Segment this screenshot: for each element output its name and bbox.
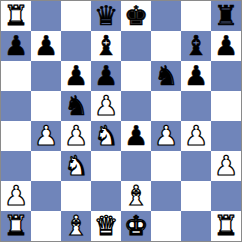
square-g8[interactable] [181, 1, 211, 31]
white-rook-a8: ♜ [4, 1, 28, 31]
square-a7[interactable]: ♟ [1, 31, 31, 61]
square-a5[interactable] [1, 91, 31, 121]
square-c4[interactable]: ♟ [61, 121, 91, 151]
square-b8[interactable] [31, 1, 61, 31]
square-e5[interactable] [121, 91, 151, 121]
black-pawn-e4: ♟ [124, 121, 148, 151]
square-a1[interactable]: ♜ [1, 211, 31, 241]
black-bishop-g7: ♝ [184, 31, 208, 61]
square-d4[interactable]: ♞ [91, 121, 121, 151]
square-h4[interactable] [211, 121, 241, 151]
square-f8[interactable] [151, 1, 181, 31]
white-bishop-c1: ♝ [64, 211, 88, 241]
square-a8[interactable]: ♜ [1, 1, 31, 31]
square-h6[interactable] [211, 61, 241, 91]
square-d8[interactable]: ♛ [91, 1, 121, 31]
square-e3[interactable] [121, 151, 151, 181]
square-c6[interactable]: ♟ [61, 61, 91, 91]
white-pawn-d5: ♟ [94, 91, 118, 121]
square-e4[interactable]: ♟ [121, 121, 151, 151]
white-pawn-a2: ♟ [4, 181, 28, 211]
square-d5[interactable]: ♟ [91, 91, 121, 121]
square-f2[interactable] [151, 181, 181, 211]
white-rook-h1: ♜ [214, 211, 238, 241]
square-a2[interactable]: ♟ [1, 181, 31, 211]
black-bishop-d7: ♝ [94, 31, 118, 61]
square-e2[interactable]: ♝ [121, 181, 151, 211]
square-f7[interactable] [151, 31, 181, 61]
black-pawn-c6: ♟ [64, 61, 88, 91]
square-e1[interactable]: ♚ [121, 211, 151, 241]
square-d6[interactable]: ♟ [91, 61, 121, 91]
square-g5[interactable] [181, 91, 211, 121]
square-e7[interactable] [121, 31, 151, 61]
square-b3[interactable] [31, 151, 61, 181]
square-h2[interactable] [211, 181, 241, 211]
white-knight-d4: ♞ [94, 121, 118, 151]
square-h7[interactable]: ♟ [211, 31, 241, 61]
square-f5[interactable] [151, 91, 181, 121]
white-pawn-c4: ♟ [64, 121, 88, 151]
square-a4[interactable] [1, 121, 31, 151]
white-pawn-f4: ♟ [154, 121, 178, 151]
black-pawn-h7: ♟ [214, 31, 238, 61]
square-e8[interactable]: ♚ [121, 1, 151, 31]
square-f3[interactable] [151, 151, 181, 181]
square-d1[interactable]: ♛ [91, 211, 121, 241]
square-b1[interactable] [31, 211, 61, 241]
square-b5[interactable] [31, 91, 61, 121]
square-b7[interactable]: ♟ [31, 31, 61, 61]
white-rook-a1: ♜ [4, 211, 28, 241]
black-knight-f6: ♞ [154, 61, 178, 91]
square-f6[interactable]: ♞ [151, 61, 181, 91]
black-rook-h8: ♜ [214, 1, 238, 31]
square-h8[interactable]: ♜ [211, 1, 241, 31]
square-e6[interactable] [121, 61, 151, 91]
square-g1[interactable] [181, 211, 211, 241]
black-pawn-b7: ♟ [34, 31, 58, 61]
square-h1[interactable]: ♜ [211, 211, 241, 241]
square-g4[interactable]: ♟ [181, 121, 211, 151]
black-pawn-g6: ♟ [184, 61, 208, 91]
square-g3[interactable] [181, 151, 211, 181]
white-pawn-g4: ♟ [184, 121, 208, 151]
square-c2[interactable] [61, 181, 91, 211]
square-f4[interactable]: ♟ [151, 121, 181, 151]
square-b4[interactable]: ♟ [31, 121, 61, 151]
square-b2[interactable] [31, 181, 61, 211]
white-knight-c3: ♞ [64, 151, 88, 181]
square-g6[interactable]: ♟ [181, 61, 211, 91]
square-g2[interactable] [181, 181, 211, 211]
square-b6[interactable] [31, 61, 61, 91]
square-a3[interactable] [1, 151, 31, 181]
square-c7[interactable] [61, 31, 91, 61]
square-c3[interactable]: ♞ [61, 151, 91, 181]
square-d7[interactable]: ♝ [91, 31, 121, 61]
white-pawn-h3: ♟ [214, 151, 238, 181]
chess-board: ♜♛♚♜♟♟♝♝♟♟♟♞♟♞♟♟♟♞♟♟♟♞♟♟♝♜♝♛♚♜ [0, 0, 242, 242]
black-pawn-a7: ♟ [4, 31, 28, 61]
square-h5[interactable] [211, 91, 241, 121]
square-g7[interactable]: ♝ [181, 31, 211, 61]
square-d3[interactable] [91, 151, 121, 181]
square-a6[interactable] [1, 61, 31, 91]
square-d2[interactable] [91, 181, 121, 211]
square-c8[interactable] [61, 1, 91, 31]
square-h3[interactable]: ♟ [211, 151, 241, 181]
black-king-e8: ♚ [124, 1, 148, 31]
white-queen-d1: ♛ [94, 211, 118, 241]
black-pawn-d6: ♟ [94, 61, 118, 91]
square-c5[interactable]: ♞ [61, 91, 91, 121]
white-bishop-e2: ♝ [124, 181, 148, 211]
black-queen-d8: ♛ [94, 1, 118, 31]
white-pawn-b4: ♟ [34, 121, 58, 151]
square-c1[interactable]: ♝ [61, 211, 91, 241]
square-f1[interactable] [151, 211, 181, 241]
white-king-e1: ♚ [124, 211, 148, 241]
black-knight-c5: ♞ [64, 91, 88, 121]
